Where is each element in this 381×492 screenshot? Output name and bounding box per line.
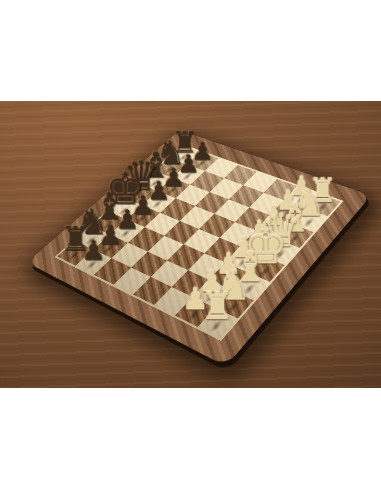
square-h1: ♜ <box>197 308 237 338</box>
bottom-white-margin <box>0 388 381 492</box>
chessboard-photo: ♜♞♝♚♛♝♞♜♟♟♟♟♟♟♟♟♟♟♟♟♟♟♟♟♜♞♝♚♛♝♞♜ <box>0 101 381 388</box>
photo-scene: ♜♞♝♚♛♝♞♜♟♟♟♟♟♟♟♟♟♟♟♟♟♟♟♟♜♞♝♚♛♝♞♜ <box>0 101 381 388</box>
white-rook-glyph: ♜ <box>183 288 251 325</box>
page: ♜♞♝♚♛♝♞♜♟♟♟♟♟♟♟♟♟♟♟♟♟♟♟♟♜♞♝♚♛♝♞♜ <box>0 0 381 492</box>
board-squares: ♜♞♝♚♛♝♞♜♟♟♟♟♟♟♟♟♟♟♟♟♟♟♟♟♜♞♝♚♛♝♞♜ <box>55 144 344 341</box>
chess-board: ♜♞♝♚♛♝♞♜♟♟♟♟♟♟♟♟♟♟♟♟♟♟♟♟♜♞♝♚♛♝♞♜ <box>27 130 371 366</box>
top-white-margin <box>0 0 381 101</box>
